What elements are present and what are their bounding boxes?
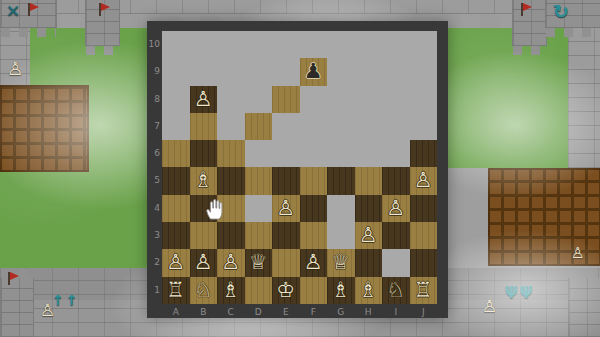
white-knight[interactable]: ♘ <box>190 277 218 304</box>
square-C8 <box>217 86 245 113</box>
black-pawn[interactable]: ♟ <box>300 58 328 85</box>
file-label-I: I <box>382 306 410 318</box>
rank-label-2: 2 <box>147 249 160 276</box>
square-A9 <box>162 58 190 85</box>
square-C3[interactable] <box>217 222 245 249</box>
square-E2[interactable] <box>272 249 300 276</box>
rank-label-5: 5 <box>147 167 160 194</box>
square-G1[interactable]: ♗ <box>327 277 355 304</box>
game-scene: ✕ ↻ ↑↑ ΨΨ ♙ ♙ ♙ ♙ 10987654321 ♟♙♗♙♙♙♙♙♙♙… <box>0 0 600 337</box>
white-queen[interactable]: ♕ <box>245 249 273 276</box>
white-pawn[interactable]: ♙ <box>190 249 218 276</box>
file-label-H: H <box>355 306 383 318</box>
square-J8 <box>410 86 438 113</box>
white-pawn[interactable]: ♙ <box>300 249 328 276</box>
white-knight[interactable]: ♘ <box>382 277 410 304</box>
square-I2 <box>382 249 410 276</box>
square-D10 <box>245 31 273 58</box>
square-F6 <box>300 140 328 167</box>
square-J7 <box>410 113 438 140</box>
square-J1[interactable]: ♖ <box>410 277 438 304</box>
square-H5[interactable] <box>355 167 383 194</box>
white-pawn[interactable]: ♙ <box>272 195 300 222</box>
square-J10 <box>410 31 438 58</box>
square-D9 <box>245 58 273 85</box>
close-button[interactable]: ✕ <box>6 3 20 20</box>
rank-label-4: 4 <box>147 195 160 222</box>
square-B2[interactable]: ♙ <box>190 249 218 276</box>
square-A2[interactable]: ♙ <box>162 249 190 276</box>
square-E9 <box>272 58 300 85</box>
square-B6[interactable] <box>190 140 218 167</box>
square-E3[interactable] <box>272 222 300 249</box>
square-J3[interactable] <box>410 222 438 249</box>
square-F4[interactable] <box>300 195 328 222</box>
square-G8 <box>327 86 355 113</box>
square-A4[interactable] <box>162 195 190 222</box>
square-E6 <box>272 140 300 167</box>
square-I3[interactable] <box>382 222 410 249</box>
square-I8 <box>382 86 410 113</box>
red-flag <box>28 3 30 16</box>
hand-cursor <box>204 197 226 225</box>
square-F2[interactable]: ♙ <box>300 249 328 276</box>
rank-label-6: 6 <box>147 140 160 167</box>
square-A3[interactable] <box>162 222 190 249</box>
file-label-F: F <box>300 306 328 318</box>
square-C5[interactable] <box>217 167 245 194</box>
rank-label-3: 3 <box>147 222 160 249</box>
square-G6 <box>327 140 355 167</box>
square-D7[interactable] <box>245 113 273 140</box>
white-pawn[interactable]: ♙ <box>355 222 383 249</box>
square-G9 <box>327 58 355 85</box>
square-D2[interactable]: ♕ <box>245 249 273 276</box>
decor-pawn-icon: ♙ <box>571 244 584 262</box>
square-B8[interactable]: ♙ <box>190 86 218 113</box>
white-king[interactable]: ♔ <box>272 277 300 304</box>
square-B5[interactable]: ♗ <box>190 167 218 194</box>
white-queen[interactable]: ♕ <box>327 249 355 276</box>
square-E10 <box>272 31 300 58</box>
file-label-E: E <box>272 306 300 318</box>
square-C1[interactable]: ♗ <box>217 277 245 304</box>
square-A8 <box>162 86 190 113</box>
square-D1[interactable] <box>245 277 273 304</box>
decor-pawn-icon: ♙ <box>7 58 23 79</box>
square-A5[interactable] <box>162 167 190 194</box>
square-I5[interactable] <box>382 167 410 194</box>
square-D6 <box>245 140 273 167</box>
square-F1[interactable] <box>300 277 328 304</box>
rank-label-9: 9 <box>147 58 160 85</box>
square-F9[interactable]: ♟ <box>300 58 328 85</box>
square-F8 <box>300 86 328 113</box>
white-rook[interactable]: ♖ <box>162 277 190 304</box>
square-E8[interactable] <box>272 86 300 113</box>
square-E7 <box>272 113 300 140</box>
square-G2[interactable]: ♕ <box>327 249 355 276</box>
white-pawn[interactable]: ♙ <box>410 167 438 194</box>
square-H9 <box>355 58 383 85</box>
square-G7 <box>327 113 355 140</box>
square-B3[interactable] <box>190 222 218 249</box>
square-H8 <box>355 86 383 113</box>
square-A10 <box>162 31 190 58</box>
red-flag <box>8 272 10 285</box>
rank-label-1: 1 <box>147 277 160 304</box>
square-C6[interactable] <box>217 140 245 167</box>
square-A7 <box>162 113 190 140</box>
square-J2[interactable] <box>410 249 438 276</box>
square-I6 <box>382 140 410 167</box>
trellis-left <box>0 85 89 172</box>
tower-bottom-left <box>0 278 34 337</box>
file-label-B: B <box>190 306 218 318</box>
square-E5[interactable] <box>272 167 300 194</box>
square-I10 <box>382 31 410 58</box>
white-bishop[interactable]: ♗ <box>355 277 383 304</box>
red-flag <box>521 3 523 16</box>
file-label-G: G <box>327 306 355 318</box>
white-pawn[interactable]: ♙ <box>382 195 410 222</box>
square-H6 <box>355 140 383 167</box>
square-E4[interactable]: ♙ <box>272 195 300 222</box>
rank-labels: 10987654321 <box>147 31 160 304</box>
square-F7 <box>300 113 328 140</box>
red-flag <box>99 3 101 16</box>
restart-button[interactable]: ↻ <box>553 2 569 21</box>
decor-pawn-icon: ♙ <box>482 296 497 316</box>
board-squares: ♟♙♗♙♙♙♙♙♙♙♕♙♕♖♘♗♔♗♗♘♖ <box>162 31 437 304</box>
square-B10 <box>190 31 218 58</box>
square-C2[interactable]: ♙ <box>217 249 245 276</box>
square-D5[interactable] <box>245 167 273 194</box>
square-A1[interactable]: ♖ <box>162 277 190 304</box>
file-label-C: C <box>217 306 245 318</box>
square-B9 <box>190 58 218 85</box>
square-F10 <box>300 31 328 58</box>
file-label-J: J <box>410 306 438 318</box>
square-G5[interactable] <box>327 167 355 194</box>
square-H1[interactable]: ♗ <box>355 277 383 304</box>
square-I9 <box>382 58 410 85</box>
white-pawn[interactable]: ♙ <box>162 249 190 276</box>
square-J5[interactable]: ♙ <box>410 167 438 194</box>
square-G4 <box>327 195 355 222</box>
square-C10 <box>217 31 245 58</box>
file-label-D: D <box>245 306 273 318</box>
chess-board: 10987654321 ♟♙♗♙♙♙♙♙♙♙♕♙♕♖♘♗♔♗♗♘♖ ABCDEF… <box>147 21 448 318</box>
white-bishop[interactable]: ♗ <box>190 167 218 194</box>
white-rook[interactable]: ♖ <box>410 277 438 304</box>
square-A6[interactable] <box>162 140 190 167</box>
trident-decor-icon: ΨΨ <box>505 284 535 302</box>
square-H3[interactable]: ♙ <box>355 222 383 249</box>
square-G10 <box>327 31 355 58</box>
file-label-A: A <box>162 306 190 318</box>
square-H4[interactable] <box>355 195 383 222</box>
square-I7 <box>382 113 410 140</box>
square-J6[interactable] <box>410 140 438 167</box>
tower-bottom-right <box>568 278 600 337</box>
file-labels: ABCDEFGHIJ <box>162 306 437 318</box>
square-I4[interactable]: ♙ <box>382 195 410 222</box>
square-D3[interactable] <box>245 222 273 249</box>
square-E1[interactable]: ♔ <box>272 277 300 304</box>
square-C9 <box>217 58 245 85</box>
square-H7 <box>355 113 383 140</box>
square-J9 <box>410 58 438 85</box>
rank-label-7: 7 <box>147 113 160 140</box>
square-F3[interactable] <box>300 222 328 249</box>
square-D8 <box>245 86 273 113</box>
square-F5[interactable] <box>300 167 328 194</box>
rank-label-10: 10 <box>147 31 160 58</box>
square-J4[interactable] <box>410 195 438 222</box>
white-bishop[interactable]: ♗ <box>327 277 355 304</box>
square-H10 <box>355 31 383 58</box>
arrow-decor-icon: ↑↑ <box>52 292 79 308</box>
square-G3 <box>327 222 355 249</box>
right-wall-column <box>568 28 600 168</box>
white-pawn[interactable]: ♙ <box>217 249 245 276</box>
square-I1[interactable]: ♘ <box>382 277 410 304</box>
square-C7 <box>217 113 245 140</box>
rank-label-8: 8 <box>147 86 160 113</box>
white-bishop[interactable]: ♗ <box>217 277 245 304</box>
square-B7[interactable] <box>190 113 218 140</box>
decor-pawn-icon: ♙ <box>40 300 55 320</box>
square-B1[interactable]: ♘ <box>190 277 218 304</box>
square-D4 <box>245 195 273 222</box>
white-pawn[interactable]: ♙ <box>190 86 218 113</box>
square-H2[interactable] <box>355 249 383 276</box>
